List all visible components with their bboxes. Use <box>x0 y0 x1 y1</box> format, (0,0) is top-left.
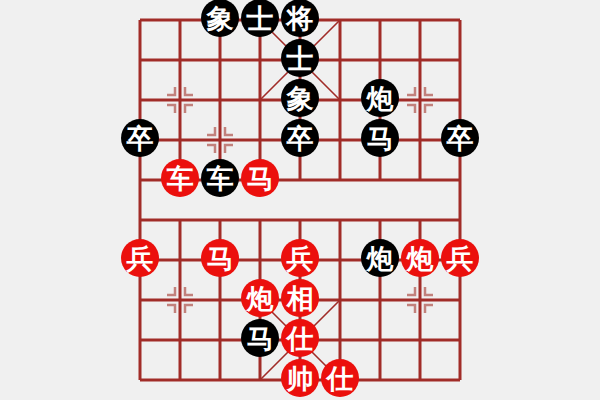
piece-black-horse[interactable]: 马 <box>361 119 399 157</box>
piece-red-soldier[interactable]: 兵 <box>441 239 479 277</box>
piece-black-horse[interactable]: 马 <box>241 319 279 357</box>
piece-red-horse[interactable]: 马 <box>201 239 239 277</box>
piece-red-king[interactable]: 帅 <box>281 359 319 397</box>
piece-red-soldier[interactable]: 兵 <box>121 239 159 277</box>
piece-black-soldier[interactable]: 卒 <box>441 119 479 157</box>
piece-red-advisor[interactable]: 仕 <box>281 319 319 357</box>
piece-red-chariot[interactable]: 车 <box>161 159 199 197</box>
piece-red-elephant[interactable]: 相 <box>281 279 319 317</box>
piece-red-horse[interactable]: 马 <box>241 159 279 197</box>
piece-black-advisor[interactable]: 士 <box>281 39 319 77</box>
piece-red-cannon[interactable]: 炮 <box>241 279 279 317</box>
piece-red-advisor[interactable]: 仕 <box>321 359 359 397</box>
piece-black-king[interactable]: 将 <box>281 0 319 37</box>
piece-red-cannon[interactable]: 炮 <box>401 239 439 277</box>
piece-black-elephant[interactable]: 象 <box>281 79 319 117</box>
xiangqi-board: 象士将士象炮卒卒马卒车车马兵马兵炮炮兵炮相马仕帅仕 <box>0 0 600 400</box>
piece-red-soldier[interactable]: 兵 <box>281 239 319 277</box>
piece-black-cannon[interactable]: 炮 <box>361 79 399 117</box>
piece-black-soldier[interactable]: 卒 <box>281 119 319 157</box>
piece-black-advisor[interactable]: 士 <box>241 0 279 37</box>
piece-black-cannon[interactable]: 炮 <box>361 239 399 277</box>
piece-black-chariot[interactable]: 车 <box>201 159 239 197</box>
piece-black-soldier[interactable]: 卒 <box>121 119 159 157</box>
piece-black-elephant[interactable]: 象 <box>201 0 239 37</box>
pieces-layer: 象士将士象炮卒卒马卒车车马兵马兵炮炮兵炮相马仕帅仕 <box>120 0 480 400</box>
